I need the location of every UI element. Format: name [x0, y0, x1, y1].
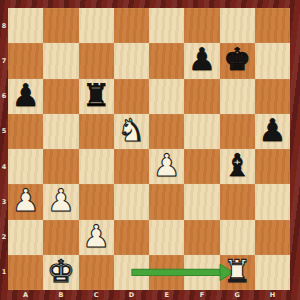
square-b6[interactable] [43, 79, 78, 114]
chess-board: ♟♚♟♜♞♟♟♝♟♟♟♚♜ [8, 8, 290, 290]
square-g7[interactable]: ♚ [220, 43, 255, 78]
square-b8[interactable] [43, 8, 78, 43]
square-f7[interactable]: ♟ [184, 43, 219, 78]
square-a8[interactable] [8, 8, 43, 43]
square-a4[interactable] [8, 149, 43, 184]
file-label-g: G [220, 290, 255, 300]
square-g6[interactable] [220, 79, 255, 114]
rank-label-3: 3 [0, 184, 8, 219]
square-a1[interactable] [8, 255, 43, 290]
square-f6[interactable] [184, 79, 219, 114]
rank-label-6: 6 [0, 79, 8, 114]
square-c2[interactable]: ♟ [79, 220, 114, 255]
square-e6[interactable] [149, 79, 184, 114]
square-a7[interactable] [8, 43, 43, 78]
rank-label-8: 8 [0, 8, 8, 43]
piece-black-bishop-g4[interactable]: ♝ [223, 150, 251, 181]
square-c4[interactable] [79, 149, 114, 184]
piece-white-king-b1[interactable]: ♚ [47, 256, 75, 287]
square-d7[interactable] [114, 43, 149, 78]
file-label-b: B [43, 290, 78, 300]
file-label-e: E [149, 290, 184, 300]
square-a5[interactable] [8, 114, 43, 149]
file-label-f: F [184, 290, 219, 300]
square-e1[interactable] [149, 255, 184, 290]
square-f1[interactable] [184, 255, 219, 290]
square-f3[interactable] [184, 184, 219, 219]
piece-black-rook-c6[interactable]: ♜ [82, 80, 110, 111]
square-b7[interactable] [43, 43, 78, 78]
rank-label-5: 5 [0, 114, 8, 149]
square-b3[interactable]: ♟ [43, 184, 78, 219]
file-label-a: A [8, 290, 43, 300]
square-d4[interactable] [114, 149, 149, 184]
file-label-c: C [79, 290, 114, 300]
piece-black-king-g7[interactable]: ♚ [223, 44, 251, 75]
square-e2[interactable] [149, 220, 184, 255]
file-label-h: H [255, 290, 290, 300]
square-e7[interactable] [149, 43, 184, 78]
square-h7[interactable] [255, 43, 290, 78]
square-e3[interactable] [149, 184, 184, 219]
piece-white-knight-d5[interactable]: ♞ [117, 115, 145, 146]
square-e5[interactable] [149, 114, 184, 149]
square-a2[interactable] [8, 220, 43, 255]
square-h3[interactable] [255, 184, 290, 219]
square-c1[interactable] [79, 255, 114, 290]
square-b5[interactable] [43, 114, 78, 149]
square-c8[interactable] [79, 8, 114, 43]
piece-white-pawn-c2[interactable]: ♟ [82, 221, 110, 252]
square-c3[interactable] [79, 184, 114, 219]
square-c6[interactable]: ♜ [79, 79, 114, 114]
piece-white-pawn-b3[interactable]: ♟ [47, 185, 75, 216]
square-e8[interactable] [149, 8, 184, 43]
piece-black-pawn-f7[interactable]: ♟ [188, 44, 216, 75]
piece-white-pawn-a3[interactable]: ♟ [12, 185, 40, 216]
square-f4[interactable] [184, 149, 219, 184]
square-b4[interactable] [43, 149, 78, 184]
square-h1[interactable] [255, 255, 290, 290]
square-b1[interactable]: ♚ [43, 255, 78, 290]
square-f2[interactable] [184, 220, 219, 255]
piece-white-rook-g1[interactable]: ♜ [223, 256, 251, 287]
board-frame: ♟♚♟♜♞♟♟♝♟♟♟♚♜ 87654321 ABCDEFGH [0, 0, 300, 300]
square-a6[interactable]: ♟ [8, 79, 43, 114]
square-g2[interactable] [220, 220, 255, 255]
rank-label-2: 2 [0, 220, 8, 255]
file-label-d: D [114, 290, 149, 300]
square-d5[interactable]: ♞ [114, 114, 149, 149]
square-g3[interactable] [220, 184, 255, 219]
square-h6[interactable] [255, 79, 290, 114]
square-g1[interactable]: ♜ [220, 255, 255, 290]
square-g4[interactable]: ♝ [220, 149, 255, 184]
file-labels: ABCDEFGH [8, 290, 290, 300]
piece-black-pawn-a6[interactable]: ♟ [12, 80, 40, 111]
square-h8[interactable] [255, 8, 290, 43]
rank-label-4: 4 [0, 149, 8, 184]
square-c5[interactable] [79, 114, 114, 149]
square-g8[interactable] [220, 8, 255, 43]
square-g5[interactable] [220, 114, 255, 149]
square-a3[interactable]: ♟ [8, 184, 43, 219]
piece-black-pawn-h5[interactable]: ♟ [258, 115, 286, 146]
square-h2[interactable] [255, 220, 290, 255]
rank-labels: 87654321 [0, 8, 8, 290]
square-h5[interactable]: ♟ [255, 114, 290, 149]
rank-label-7: 7 [0, 43, 8, 78]
square-b2[interactable] [43, 220, 78, 255]
square-c7[interactable] [79, 43, 114, 78]
square-d6[interactable] [114, 79, 149, 114]
square-f5[interactable] [184, 114, 219, 149]
rank-label-1: 1 [0, 255, 8, 290]
square-e4[interactable]: ♟ [149, 149, 184, 184]
square-d3[interactable] [114, 184, 149, 219]
square-h4[interactable] [255, 149, 290, 184]
piece-white-pawn-e4[interactable]: ♟ [153, 150, 181, 181]
square-d1[interactable] [114, 255, 149, 290]
square-f8[interactable] [184, 8, 219, 43]
square-d2[interactable] [114, 220, 149, 255]
square-d8[interactable] [114, 8, 149, 43]
